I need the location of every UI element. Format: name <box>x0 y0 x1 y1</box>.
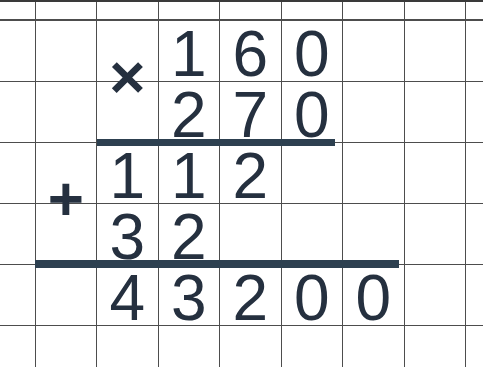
product-digit-4: 0 <box>281 268 343 329</box>
multiplicand-digit-3: 0 <box>281 24 343 85</box>
product-digit-2: 3 <box>158 268 220 329</box>
partial2-digit-2: 2 <box>158 207 220 268</box>
product-digit-3: 2 <box>220 268 282 329</box>
multiplier-digit-2: 7 <box>220 85 282 146</box>
partial1-digit-3: 2 <box>220 146 282 207</box>
plus-operator: + <box>35 168 97 229</box>
partial2-digit-1: 3 <box>97 207 159 268</box>
multiplier-digit-1: 2 <box>158 85 220 146</box>
multiplicand-digit-2: 6 <box>220 24 282 85</box>
worksheet-grid: 1 6 0 × 2 7 0 1 1 2 + 3 2 4 3 2 0 0 <box>0 0 483 367</box>
product-digit-5: 0 <box>343 268 405 329</box>
times-operator: × <box>97 46 159 107</box>
partial1-digit-1: 1 <box>97 146 159 207</box>
multiplicand-digit-1: 1 <box>158 24 220 85</box>
multiplier-digit-3: 0 <box>281 85 343 146</box>
sum-rule-line <box>35 260 399 268</box>
partial1-digit-2: 1 <box>158 146 220 207</box>
product-digit-1: 4 <box>97 268 159 329</box>
grid-top-edge-line <box>0 0 483 2</box>
